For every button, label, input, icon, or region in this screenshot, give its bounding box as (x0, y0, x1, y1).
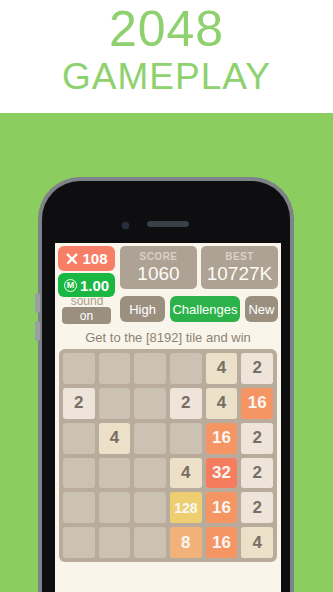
score-box: SCORE 1060 (120, 246, 197, 289)
page-title: 2048 (0, 4, 333, 54)
best-box: BEST 10727K (201, 246, 278, 289)
tile-16: 16 (206, 527, 238, 558)
tile-2: 2 (241, 492, 273, 523)
empty-cell (134, 527, 166, 558)
tile-4: 4 (241, 527, 273, 558)
crossed-bones-icon (65, 252, 79, 266)
empty-cell (134, 492, 166, 523)
cell-tile-2: 2 (241, 353, 273, 384)
cell-tile-16: 16 (241, 388, 273, 419)
cell-tile-8: 8 (170, 527, 202, 558)
cell-tile-16: 16 (206, 527, 238, 558)
tile-2: 2 (241, 423, 273, 454)
empty-cell (63, 458, 95, 489)
tile-4: 4 (99, 423, 131, 454)
challenges-button[interactable]: Challenges (170, 296, 240, 322)
page-subtitle: GAMEPLAY (0, 58, 333, 95)
score-value: 1060 (120, 263, 197, 285)
tile-8: 8 (170, 527, 202, 558)
cell-tile-2: 2 (170, 388, 202, 419)
tile-2: 2 (241, 458, 273, 489)
tile-32: 32 (206, 458, 238, 489)
tile-4: 4 (206, 388, 238, 419)
empty-cell (63, 423, 95, 454)
high-scores-button[interactable]: High (120, 296, 165, 322)
empty-cell (134, 458, 166, 489)
tile-16: 16 (241, 388, 273, 419)
volume-up-button (35, 293, 40, 313)
cell-tile-4: 4 (99, 423, 131, 454)
volume-down-button (35, 321, 40, 341)
cell-tile-4: 4 (241, 527, 273, 558)
empty-cell (170, 353, 202, 384)
empty-cell (170, 423, 202, 454)
empty-cell (99, 353, 131, 384)
earpiece-speaker (147, 221, 189, 227)
score-label: SCORE (120, 251, 197, 262)
tile-4: 4 (206, 353, 238, 384)
empty-cell (63, 527, 95, 558)
cell-tile-2: 2 (241, 458, 273, 489)
new-game-button[interactable]: New (245, 296, 278, 322)
empty-cell (99, 492, 131, 523)
empty-cell (99, 388, 131, 419)
cell-tile-16: 16 (206, 423, 238, 454)
front-camera-icon (122, 222, 129, 229)
sound-label: sound (55, 294, 119, 308)
tile-4: 4 (170, 458, 202, 489)
multiplier-value: 1.00 (80, 277, 109, 294)
empty-cell (63, 492, 95, 523)
tile-2: 2 (170, 388, 202, 419)
tile-128: 128 (170, 492, 202, 523)
empty-cell (134, 423, 166, 454)
empty-cell (99, 458, 131, 489)
bones-count: 108 (82, 250, 107, 267)
cell-tile-2: 2 (63, 388, 95, 419)
cell-tile-4: 4 (206, 353, 238, 384)
cell-tile-32: 32 (206, 458, 238, 489)
game-screen: 108 M 1.00 sound on SCORE 1060 BEST 1072… (55, 243, 281, 592)
bones-counter-badge: 108 (58, 246, 115, 271)
best-label: BEST (201, 251, 278, 262)
tile-2: 2 (241, 353, 273, 384)
cell-tile-4: 4 (206, 388, 238, 419)
goal-text: Get to the [8192] tile and win (55, 330, 281, 345)
tile-2: 2 (63, 388, 95, 419)
best-value: 10727K (201, 263, 278, 285)
sound-toggle[interactable]: on (62, 307, 111, 324)
circled-m-icon: M (64, 279, 77, 292)
cell-tile-4: 4 (170, 458, 202, 489)
phone-mockup: 108 M 1.00 sound on SCORE 1060 BEST 1072… (38, 177, 294, 592)
page: 2048 GAMEPLAY 108 (0, 0, 333, 592)
cell-tile-2: 2 (241, 423, 273, 454)
empty-cell (63, 353, 95, 384)
board[interactable]: 4222416416243221281628164 (59, 349, 277, 562)
cell-tile-16: 16 (206, 492, 238, 523)
empty-cell (134, 353, 166, 384)
cell-tile-2: 2 (241, 492, 273, 523)
tile-16: 16 (206, 423, 238, 454)
tile-16: 16 (206, 492, 238, 523)
cell-tile-128: 128 (170, 492, 202, 523)
empty-cell (99, 527, 131, 558)
empty-cell (134, 388, 166, 419)
